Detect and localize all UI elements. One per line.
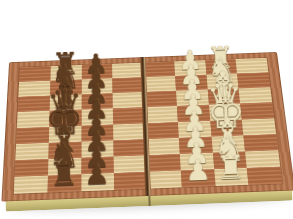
square: ♜ <box>214 168 249 186</box>
square <box>14 176 48 194</box>
square <box>15 143 48 161</box>
square: ♝ <box>211 135 245 152</box>
square: ♟ <box>81 124 113 141</box>
square <box>239 87 272 103</box>
square <box>15 159 49 177</box>
square: ♞ <box>206 74 239 90</box>
square: ♛ <box>209 104 242 121</box>
square <box>113 77 145 93</box>
square: ♟ <box>174 60 206 76</box>
square <box>113 92 145 108</box>
square <box>17 111 50 128</box>
square: ♟ <box>81 109 113 126</box>
square <box>147 154 181 172</box>
piece-wP: ♟ <box>177 47 202 75</box>
square <box>114 155 147 173</box>
square: ♜ <box>47 174 81 192</box>
square: ♟ <box>181 169 216 187</box>
square <box>245 150 280 168</box>
square: ♟ <box>175 75 207 91</box>
square <box>114 139 147 156</box>
square: ♞ <box>50 80 82 96</box>
square <box>18 81 50 97</box>
square: ♟ <box>176 90 209 106</box>
square <box>144 91 176 107</box>
square: ♟ <box>180 153 214 171</box>
square <box>19 66 51 82</box>
square: ♝ <box>49 95 81 111</box>
square: ♟ <box>81 93 113 109</box>
square: ♟ <box>81 156 114 174</box>
square <box>147 170 181 188</box>
square <box>242 118 276 135</box>
square <box>240 103 274 120</box>
square <box>236 58 269 74</box>
square: ♝ <box>207 89 240 105</box>
piece-bP: ♟ <box>84 50 109 78</box>
square <box>145 106 178 123</box>
square <box>146 138 179 155</box>
piece-bR: ♜ <box>51 48 79 80</box>
square: ♟ <box>178 121 211 138</box>
square: ♟ <box>81 140 114 158</box>
chess-set-photo: ♜♟♟♜♞♟♟♞♝♟♟♝♛♟♟♛♚♟♟♚♝♟♟♝♞♟♟♞♜♟♟♜ <box>0 0 293 219</box>
square <box>113 123 146 140</box>
square: ♜ <box>50 65 81 81</box>
square <box>247 167 282 185</box>
chess-board: ♜♟♟♜♞♟♟♞♝♟♟♝♛♟♟♛♚♟♟♚♝♟♟♝♞♟♟♞♜♟♟♜ <box>1 52 293 202</box>
square <box>16 127 49 144</box>
square <box>146 122 179 139</box>
square: ♟ <box>179 136 213 153</box>
square <box>112 63 143 79</box>
board-tilt-wrapper: ♜♟♟♜♞♟♟♞♝♟♟♝♛♟♟♛♚♟♟♚♝♟♟♝♞♟♟♞♜♟♟♜ <box>0 0 293 219</box>
square <box>143 61 175 77</box>
square: ♚ <box>49 125 82 142</box>
piece-wR: ♜ <box>207 42 235 74</box>
square: ♞ <box>48 158 81 176</box>
square: ♛ <box>49 110 81 127</box>
square <box>144 76 176 92</box>
square <box>114 172 148 190</box>
square <box>18 96 50 112</box>
square: ♟ <box>81 64 112 80</box>
square: ♞ <box>212 151 247 169</box>
square <box>237 72 270 88</box>
square: ♟ <box>177 105 210 122</box>
square: ♜ <box>205 59 237 75</box>
square: ♟ <box>81 173 115 191</box>
square: ♟ <box>81 78 112 94</box>
square: ♝ <box>48 141 81 159</box>
square <box>113 107 145 124</box>
square: ♚ <box>210 119 244 136</box>
square <box>244 134 279 151</box>
